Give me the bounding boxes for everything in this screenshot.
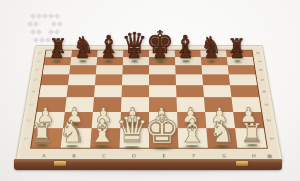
square-h6[interactable] [228,65,256,74]
square-a6[interactable] [43,65,71,74]
white-knight[interactable]: ♞ [209,117,236,147]
rank-label-5: 5 [255,75,270,84]
rank-label-6: 6 [31,65,44,73]
square-c5[interactable] [95,75,122,86]
box-front-edge [14,159,282,170]
rank-label-4: 4 [25,87,42,96]
square-f6[interactable] [175,65,202,74]
rank-label-7: 7 [33,57,45,65]
black-pawn[interactable]: ♟ [127,45,142,62]
rank-label-1: 1 [260,133,284,143]
product-photo-scene: ▦ ABCDEFGH 87654321 87654321 ♜♞♝♛♚♝♞♜♟♟♟… [0,0,300,181]
white-rook[interactable]: ♜ [30,120,53,146]
rank-label-7: 7 [254,57,266,65]
square-f5[interactable] [176,75,203,86]
rank-label-5: 5 [28,75,43,84]
square-d6[interactable] [122,65,149,74]
maker-stamp: ▦ [267,153,273,158]
black-pawn[interactable]: ♟ [101,45,116,62]
square-a4[interactable] [39,85,68,97]
rank-label-6: 6 [254,65,267,73]
square-h4[interactable] [230,85,259,97]
square-a5[interactable] [41,75,69,86]
white-king[interactable]: ♚ [144,109,180,149]
square-g5[interactable] [202,75,230,86]
rank-label-3: 3 [257,100,276,109]
black-pawn[interactable]: ♟ [178,45,193,62]
brass-hinge-right-icon [236,161,248,166]
square-c6[interactable] [96,65,123,74]
rank-label-4: 4 [256,87,273,96]
black-pawn[interactable]: ♟ [50,45,65,62]
square-b6[interactable] [69,65,96,74]
square-e4[interactable] [149,85,176,97]
square-e5[interactable] [149,75,176,86]
black-pawn[interactable]: ♟ [230,45,245,62]
white-bishop[interactable]: ♝ [88,115,117,147]
square-f4[interactable] [176,85,204,97]
white-bishop[interactable]: ♝ [178,115,207,147]
square-h5[interactable] [229,75,257,86]
square-d4[interactable] [122,85,149,97]
brass-hinge-left-icon [54,161,66,166]
white-rook[interactable]: ♜ [240,120,263,146]
square-g6[interactable] [201,65,228,74]
square-d5[interactable] [122,75,149,86]
square-g4[interactable] [203,85,231,97]
black-pawn[interactable]: ♟ [153,45,168,62]
black-pawn[interactable]: ♟ [75,45,90,62]
white-knight[interactable]: ♞ [59,117,86,147]
square-c4[interactable] [94,85,122,97]
black-pawn[interactable]: ♟ [204,45,219,62]
square-b5[interactable] [68,75,96,86]
square-e6[interactable] [149,65,176,74]
square-b4[interactable] [67,85,95,97]
